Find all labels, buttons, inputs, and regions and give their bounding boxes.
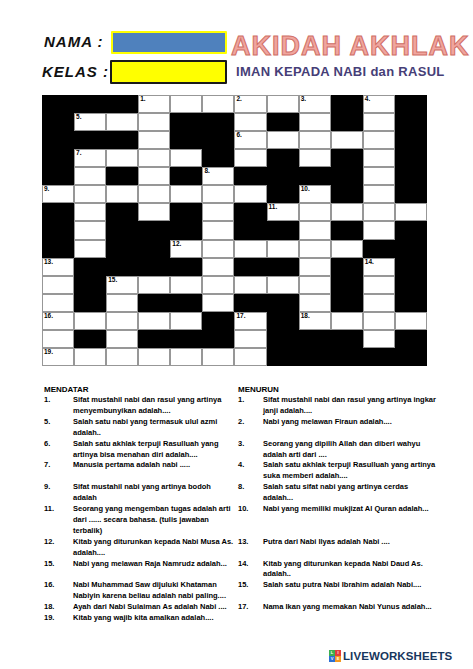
clue-number: 4. xyxy=(365,95,370,103)
clue-item-text: Kitab yang wajib kita amalkan adalah.... xyxy=(73,613,236,624)
grid-cell-white[interactable]: 7. xyxy=(74,149,106,167)
clue-item: 14.Kitab yang diturunkan kepada Nabi Dau… xyxy=(238,559,437,581)
across-clues-title: MENDATAR xyxy=(44,384,236,395)
brand-name: LIVEWORKSHEETS xyxy=(343,650,452,662)
grid-cell-white[interactable] xyxy=(170,149,202,167)
grid-cell-black xyxy=(299,167,331,185)
clue-item-number: 4. xyxy=(238,460,263,482)
grid-cell-white[interactable] xyxy=(267,131,299,149)
clue-item-number: 19. xyxy=(44,613,73,624)
grid-cell-black xyxy=(74,276,106,294)
grid-cell-white[interactable] xyxy=(299,149,331,167)
clue-number: 10. xyxy=(301,185,310,193)
grid-cell-white[interactable] xyxy=(170,185,202,203)
grid-cell-white[interactable] xyxy=(299,131,331,149)
grid-cell-white[interactable] xyxy=(363,294,395,312)
grid-cell-white[interactable] xyxy=(331,312,363,330)
grid-cell-white[interactable]: 15. xyxy=(106,276,138,294)
grid-cell-black xyxy=(267,185,299,203)
clue-item-number: 11. xyxy=(44,504,73,537)
clue-item-number: 10. xyxy=(238,504,263,515)
grid-cell-white[interactable] xyxy=(202,95,234,113)
clue-number: 2. xyxy=(236,95,241,103)
grid-cell-black xyxy=(395,276,427,294)
grid-cell-white[interactable] xyxy=(202,348,234,366)
grid-cell-black xyxy=(395,95,427,113)
grid-cell-white[interactable] xyxy=(138,203,170,221)
clue-item-number: 3. xyxy=(238,439,263,461)
grid-cell-white[interactable] xyxy=(138,185,170,203)
grid-cell-white[interactable] xyxy=(363,167,395,185)
down-clues-list: 1.Sifat mustahil nabi dan rasul yang art… xyxy=(238,395,437,613)
clue-item: 11.Seorang yang mengemban tugas adalah a… xyxy=(44,504,236,537)
grid-cell-black xyxy=(138,330,170,348)
grid-cell-white[interactable] xyxy=(299,294,331,312)
clue-item-text: Sifat mustahil nabi dan rasul yang artin… xyxy=(73,395,236,417)
grid-cell-white[interactable] xyxy=(42,330,74,348)
grid-cell-white[interactable] xyxy=(331,203,363,221)
clue-number: 3. xyxy=(301,95,306,103)
clue-item-number: 14. xyxy=(238,559,263,581)
grid-cell-black xyxy=(267,258,299,276)
clue-item-text: Nabi yang memiliki mukjizat Al Quran ada… xyxy=(263,504,437,515)
grid-cell-white[interactable] xyxy=(170,276,202,294)
grid-cell-black xyxy=(234,258,266,276)
grid-cell-white[interactable] xyxy=(202,258,234,276)
grid-cell-white[interactable] xyxy=(234,276,266,294)
grid-cell-white[interactable] xyxy=(202,294,234,312)
clue-item-number: 15. xyxy=(44,559,73,570)
grid-cell-white[interactable] xyxy=(363,276,395,294)
grid-cell-black xyxy=(331,95,363,113)
grid-cell-white[interactable]: 13. xyxy=(42,258,74,276)
page-title: AKIDAH AKHLAK xyxy=(231,31,469,62)
clue-item: 2.Nabi yang melawan Firaun adalah.... xyxy=(238,417,437,428)
grid-cell-black xyxy=(170,203,202,221)
grid-cell-white[interactable]: 6. xyxy=(234,131,266,149)
clue-item-number: 5. xyxy=(44,417,73,439)
grid-cell-black xyxy=(170,294,202,312)
clue-item: 4.Salah satu akhlak terpuji Rasulluah ya… xyxy=(238,460,437,482)
grid-cell-black xyxy=(395,149,427,167)
grid-cell-white[interactable]: 4. xyxy=(363,95,395,113)
grid-cell-white[interactable] xyxy=(363,113,395,131)
grid-cell-black xyxy=(331,149,363,167)
grid-cell-black xyxy=(331,330,363,348)
grid-cell-white[interactable]: 16. xyxy=(42,312,74,330)
grid-cell-black xyxy=(202,330,234,348)
across-clues-list: 1.Sifat mustahil nabi dan rasul yang art… xyxy=(44,395,236,624)
grid-cell-white[interactable] xyxy=(74,167,106,185)
grid-cell-black xyxy=(267,167,299,185)
clue-item-number: 18. xyxy=(44,602,73,613)
grid-cell-black xyxy=(42,221,74,239)
grid-cell-white[interactable] xyxy=(42,294,74,312)
grid-cell-white[interactable]: 12. xyxy=(170,240,202,258)
worksheet-page: NAMA : KELAS : AKIDAH AKHLAK IMAN KEPADA… xyxy=(0,0,473,669)
grid-cell-black xyxy=(331,348,363,366)
clue-item: 16.Nabi Muhammad Saw dijuluki Khataman N… xyxy=(44,580,236,602)
name-input[interactable] xyxy=(111,31,227,54)
clue-item-text: Manusia pertama adalah nabi ..... xyxy=(73,460,236,471)
grid-cell-black xyxy=(267,149,299,167)
grid-cell-white[interactable] xyxy=(202,185,234,203)
grid-cell-white[interactable] xyxy=(202,276,234,294)
grid-cell-white[interactable]: 2. xyxy=(234,95,266,113)
grid-cell-black xyxy=(395,258,427,276)
grid-cell-white[interactable] xyxy=(299,203,331,221)
grid-cell-black xyxy=(267,348,299,366)
grid-cell-white[interactable]: 8. xyxy=(202,167,234,185)
grid-cell-black xyxy=(363,348,395,366)
clue-item-text: Nabi yang melawan Firaun adalah.... xyxy=(263,417,437,428)
clue-item-number: 7. xyxy=(44,460,73,471)
clue-item-text: Seorang yang dipilih Allah dan diberi wa… xyxy=(263,439,437,461)
grid-cell-black xyxy=(395,348,427,366)
grid-cell-black xyxy=(74,131,106,149)
clue-item-text: Kitab yang diturunkan kepada Nabi Daud A… xyxy=(263,559,437,581)
grid-cell-black xyxy=(234,167,266,185)
clue-item-number: 15. xyxy=(238,580,263,591)
clue-item-text: Nama Ikan yang memakan Nabi Yunus adalah… xyxy=(263,602,437,613)
grid-cell-white[interactable] xyxy=(363,203,395,221)
grid-cell-black xyxy=(331,185,363,203)
grid-cell-white[interactable] xyxy=(170,312,202,330)
clue-item: 15.Salah satu putra Nabi Ibrahim adalah … xyxy=(238,580,437,591)
grid-cell-white[interactable]: 19. xyxy=(42,348,74,366)
grid-cell-white[interactable]: 10. xyxy=(299,185,331,203)
grid-cell-black xyxy=(395,330,427,348)
clue-item: 1.Sifat mustahil nabi dan rasul yang art… xyxy=(44,395,236,417)
grid-cell-white[interactable] xyxy=(299,221,331,239)
grid-cell-black xyxy=(106,240,138,258)
grid-cell-white[interactable] xyxy=(267,276,299,294)
grid-cell-black xyxy=(170,221,202,239)
grid-cell-white[interactable] xyxy=(138,348,170,366)
grid-cell-white[interactable] xyxy=(299,113,331,131)
clue-item: 19.Kitab yang wajib kita amalkan adalah.… xyxy=(44,613,236,624)
grid-cell-white[interactable] xyxy=(106,348,138,366)
grid-cell-white[interactable] xyxy=(363,185,395,203)
grid-cell-white[interactable] xyxy=(74,185,106,203)
crossword-grid: 1.2.3.4.5.6.7.8.9.10.11.12.13.14.15.16.1… xyxy=(42,95,427,366)
grid-cell-black xyxy=(395,294,427,312)
grid-cell-white[interactable] xyxy=(234,330,266,348)
grid-cell-black xyxy=(170,113,202,131)
grid-cell-black xyxy=(202,131,234,149)
grid-cell-white[interactable] xyxy=(234,240,266,258)
grid-cell-white[interactable] xyxy=(299,276,331,294)
grid-cell-black xyxy=(106,203,138,221)
grid-cell-white[interactable] xyxy=(363,221,395,239)
grid-cell-black xyxy=(170,167,202,185)
grid-cell-white[interactable] xyxy=(202,240,234,258)
grid-cell-black xyxy=(395,113,427,131)
grid-cell-white[interactable] xyxy=(234,185,266,203)
clue-number: 14. xyxy=(365,258,374,266)
grid-cell-black xyxy=(74,258,106,276)
grid-cell-black xyxy=(395,185,427,203)
clue-item-text: Salah satu akhlak terpuji Rasulluah yang… xyxy=(263,460,437,482)
grid-cell-black xyxy=(138,294,170,312)
grid-cell-white[interactable] xyxy=(106,149,138,167)
grid-cell-black xyxy=(42,131,74,149)
grid-cell-black xyxy=(267,113,299,131)
grid-cell-black xyxy=(74,294,106,312)
clue-item-text: Salah satu putra Nabi Ibrahim adalah Nab… xyxy=(263,580,437,591)
grid-cell-black xyxy=(234,221,266,239)
grid-cell-black xyxy=(395,221,427,239)
grid-cell-white[interactable] xyxy=(331,131,363,149)
grid-cell-black xyxy=(138,221,170,239)
grid-cell-black xyxy=(202,312,234,330)
grid-cell-white[interactable] xyxy=(363,330,395,348)
grid-cell-white[interactable] xyxy=(234,113,266,131)
grid-cell-white[interactable] xyxy=(138,167,170,185)
grid-cell-black xyxy=(106,95,138,113)
clue-item: 9.Sifat mustahil nabi yang artinya bodoh… xyxy=(44,482,236,504)
grid-cell-black xyxy=(106,221,138,239)
grid-cell-white[interactable] xyxy=(363,312,395,330)
grid-cell-black xyxy=(202,149,234,167)
clue-item-text: Salah satu nabi yang termasuk ulul azmi … xyxy=(73,417,236,439)
grid-cell-white[interactable] xyxy=(363,131,395,149)
grid-cell-black xyxy=(106,258,138,276)
grid-cell-black xyxy=(138,258,170,276)
clue-number: 6. xyxy=(236,131,241,139)
grid-cell-black xyxy=(234,294,266,312)
grid-cell-black xyxy=(331,294,363,312)
clue-item-number: 8. xyxy=(238,482,263,504)
grid-cell-black xyxy=(331,258,363,276)
grid-cell-white[interactable] xyxy=(138,113,170,131)
grid-cell-white[interactable] xyxy=(74,312,106,330)
grid-cell-white[interactable] xyxy=(106,294,138,312)
clue-item: 3.Seorang yang dipilih Allah dan diberi … xyxy=(238,439,437,461)
grid-cell-white[interactable]: 1. xyxy=(138,95,170,113)
grid-cell-black xyxy=(267,221,299,239)
clue-item: 8.Salah satu sifat nabi yang artinya cer… xyxy=(238,482,437,504)
grid-cell-black xyxy=(331,276,363,294)
grid-cell-white[interactable] xyxy=(106,113,138,131)
clue-item-text: Kitab yang diturunkan kepada Nabi Musa A… xyxy=(73,537,236,559)
grid-cell-white[interactable] xyxy=(299,258,331,276)
grid-cell-black xyxy=(267,312,299,330)
grid-cell-black xyxy=(74,330,106,348)
class-label: KELAS : xyxy=(42,63,109,80)
grid-cell-black xyxy=(42,113,74,131)
footer: LIVE LIVEWORKSHEETS xyxy=(329,650,452,662)
clue-item: 13.Putra dari Nabi Ilyas adalah Nabi ...… xyxy=(238,537,437,548)
grid-cell-black xyxy=(331,113,363,131)
grid-cell-black xyxy=(42,95,74,113)
grid-cell-white[interactable] xyxy=(74,221,106,239)
name-label: NAMA : xyxy=(44,33,104,50)
liveworksheets-logo-icon: LIVE xyxy=(329,650,341,662)
clue-item-text: Salah satu sifat nabi yang artinya cerda… xyxy=(263,482,437,504)
grid-cell-black xyxy=(331,167,363,185)
grid-cell-white[interactable]: 14. xyxy=(363,258,395,276)
clue-item-number: 2. xyxy=(238,417,263,428)
grid-cell-white[interactable]: 9. xyxy=(42,185,74,203)
grid-cell-white[interactable] xyxy=(202,221,234,239)
clue-item-text: Ayah dari Nabi Sulaiman As adalah Nabi .… xyxy=(73,602,236,613)
clue-item-text: Salah satu akhlak terpuji Rasulluah yang… xyxy=(73,439,236,461)
clue-number: 12. xyxy=(172,240,181,248)
clue-item-number: 1. xyxy=(44,395,73,417)
clue-item-text: Sifat mustahil nabi dan rasul yang artin… xyxy=(263,395,437,417)
grid-cell-white[interactable] xyxy=(138,312,170,330)
down-clues-title: MENURUN xyxy=(238,384,437,395)
grid-cell-black xyxy=(299,330,331,348)
grid-cell-white[interactable] xyxy=(106,330,138,348)
grid-cell-white[interactable]: 3. xyxy=(299,95,331,113)
grid-cell-black xyxy=(395,131,427,149)
clue-item: 7.Manusia pertama adalah nabi ..... xyxy=(44,460,236,471)
grid-cell-white[interactable] xyxy=(331,240,363,258)
clue-item-number: 16. xyxy=(44,580,73,602)
grid-cell-black xyxy=(42,149,74,167)
clue-item: 18.Ayah dari Nabi Sulaiman As adalah Nab… xyxy=(44,602,236,613)
logo-square-e: E xyxy=(335,656,341,662)
clue-number: 15. xyxy=(108,276,117,284)
grid-cell-black xyxy=(42,240,74,258)
clue-item-text: Nabi Muhammad Saw dijuluki Khataman Nabi… xyxy=(73,580,236,602)
clue-item: 6.Salah satu akhlak terpuji Rasulluah ya… xyxy=(44,439,236,461)
clue-item: 10.Nabi yang memiliki mukjizat Al Quran … xyxy=(238,504,437,515)
clue-number: 11. xyxy=(269,203,278,211)
clue-item: 17.Nama Ikan yang memakan Nabi Yunus ada… xyxy=(238,602,437,613)
grid-cell-black xyxy=(331,221,363,239)
grid-cell-black xyxy=(395,240,427,258)
clue-item-text: Putra dari Nabi Ilyas adalah Nabi .... xyxy=(263,537,437,548)
grid-cell-white[interactable] xyxy=(395,312,427,330)
grid-cell-white[interactable] xyxy=(138,276,170,294)
grid-cell-black xyxy=(42,203,74,221)
clue-number: 16. xyxy=(44,312,53,320)
clue-number: 19. xyxy=(44,348,53,356)
grid-cell-black xyxy=(170,258,202,276)
clue-item: 5.Salah satu nabi yang termasuk ulul azm… xyxy=(44,417,236,439)
grid-cell-white[interactable] xyxy=(234,348,266,366)
grid-cell-white[interactable] xyxy=(267,240,299,258)
clue-item-number: 6. xyxy=(44,439,73,461)
grid-cell-white[interactable] xyxy=(138,131,170,149)
grid-cell-black xyxy=(106,131,138,149)
clue-item-number: 9. xyxy=(44,482,73,504)
clue-item-text: Sifat mustahil nabi yang artinya bodoh a… xyxy=(73,482,236,504)
grid-cell-black xyxy=(363,240,395,258)
grid-cell-white[interactable]: 11. xyxy=(267,203,299,221)
clue-number: 17. xyxy=(236,312,245,320)
clue-number: 5. xyxy=(76,113,81,121)
grid-cell-white[interactable] xyxy=(234,149,266,167)
grid-cell-white[interactable] xyxy=(363,149,395,167)
clue-number: 9. xyxy=(44,185,49,193)
grid-cell-white[interactable] xyxy=(267,95,299,113)
grid-cell-white[interactable] xyxy=(395,203,427,221)
grid-cell-white[interactable]: 18. xyxy=(299,312,331,330)
grid-cell-black xyxy=(202,113,234,131)
grid-cell-black xyxy=(267,294,299,312)
clue-item-text: Seorang yang mengemban tugas adalah arti… xyxy=(73,504,236,537)
clue-item-number: 17. xyxy=(238,602,263,613)
clue-item: 12.Kitab yang diturunkan kepada Nabi Mus… xyxy=(44,537,236,559)
grid-cell-black xyxy=(106,167,138,185)
grid-cell-white[interactable] xyxy=(74,203,106,221)
clue-item: 1.Sifat mustahil nabi dan rasul yang art… xyxy=(238,395,437,417)
grid-cell-white[interactable]: 5. xyxy=(74,113,106,131)
grid-cell-white[interactable] xyxy=(74,348,106,366)
grid-cell-white[interactable] xyxy=(74,240,106,258)
grid-cell-white[interactable] xyxy=(299,240,331,258)
grid-cell-black xyxy=(74,95,106,113)
grid-cell-black xyxy=(170,330,202,348)
grid-cell-black xyxy=(138,240,170,258)
clue-item-number: 1. xyxy=(238,395,263,417)
clue-number: 7. xyxy=(76,149,81,157)
grid-cell-white[interactable] xyxy=(106,312,138,330)
grid-cell-black xyxy=(170,131,202,149)
grid-cell-black xyxy=(395,167,427,185)
clue-item-number: 13. xyxy=(238,537,263,548)
across-clues-section: MENDATAR 1.Sifat mustahil nabi dan rasul… xyxy=(44,384,236,624)
grid-cell-white[interactable] xyxy=(106,185,138,203)
grid-cell-black xyxy=(42,167,74,185)
grid-cell-black xyxy=(234,203,266,221)
clue-number: 18. xyxy=(301,312,310,320)
clue-number: 8. xyxy=(204,167,209,175)
grid-cell-black xyxy=(299,348,331,366)
clue-item: 15.Nabi yang melawan Raja Namrudz adalah… xyxy=(44,559,236,570)
class-input[interactable] xyxy=(110,60,227,84)
grid-cell-black xyxy=(267,330,299,348)
down-clues-section: MENURUN 1.Sifat mustahil nabi dan rasul … xyxy=(238,384,437,613)
grid-cell-white[interactable] xyxy=(170,95,202,113)
clue-number: 1. xyxy=(140,95,145,103)
clue-number: 13. xyxy=(44,258,53,266)
grid-cell-white[interactable] xyxy=(202,203,234,221)
grid-cell-white[interactable] xyxy=(138,149,170,167)
page-subtitle: IMAN KEPADA NABI dan RASUL xyxy=(236,64,445,79)
grid-cell-white[interactable] xyxy=(42,276,74,294)
clue-item-text: Nabi yang melawan Raja Namrudz adalah... xyxy=(73,559,236,570)
grid-cell-white[interactable] xyxy=(170,348,202,366)
grid-cell-white[interactable]: 17. xyxy=(234,312,266,330)
clue-item-number: 12. xyxy=(44,537,73,559)
